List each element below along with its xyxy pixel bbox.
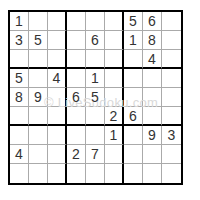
given-digit: 4 — [53, 71, 61, 85]
sudoku-cell-r2c6[interactable] — [105, 31, 124, 50]
sudoku-cell-r6c4[interactable] — [67, 107, 86, 126]
given-digit: 1 — [129, 33, 137, 47]
given-digit: 5 — [129, 14, 137, 28]
sudoku-cell-r6c8[interactable] — [143, 107, 162, 126]
sudoku-cell-r4c8[interactable] — [143, 69, 162, 88]
sudoku-cell-r5c4[interactable]: 6 — [67, 88, 86, 107]
sudoku-cell-r6c5[interactable] — [86, 107, 105, 126]
sudoku-board: 156356184541896526193427 — [8, 10, 183, 185]
given-digit: 6 — [148, 14, 156, 28]
sudoku-cell-r6c9[interactable] — [162, 107, 181, 126]
given-digit: 7 — [91, 147, 99, 161]
sudoku-cell-r3c4[interactable] — [67, 50, 86, 69]
given-digit: 4 — [148, 52, 156, 66]
sudoku-cell-r5c3[interactable] — [48, 88, 67, 107]
sudoku-cell-r4c4[interactable] — [67, 69, 86, 88]
sudoku-cell-r9c3[interactable] — [48, 164, 67, 183]
sudoku-cell-r4c6[interactable] — [105, 69, 124, 88]
sudoku-cell-r1c3[interactable] — [48, 12, 67, 31]
sudoku-cell-r1c4[interactable] — [67, 12, 86, 31]
sudoku-cell-r2c4[interactable] — [67, 31, 86, 50]
sudoku-cell-r2c9[interactable] — [162, 31, 181, 50]
sudoku-cell-r1c8[interactable]: 6 — [143, 12, 162, 31]
sudoku-cell-r6c2[interactable] — [29, 107, 48, 126]
given-digit: 9 — [148, 128, 156, 142]
sudoku-cell-r6c1[interactable] — [10, 107, 29, 126]
sudoku-cell-r1c7[interactable]: 5 — [124, 12, 143, 31]
sudoku-cell-r7c1[interactable] — [10, 126, 29, 145]
sudoku-cell-r6c7[interactable]: 6 — [124, 107, 143, 126]
sudoku-cell-r7c8[interactable]: 9 — [143, 126, 162, 145]
sudoku-cell-r4c1[interactable]: 5 — [10, 69, 29, 88]
sudoku-cell-r5c1[interactable]: 8 — [10, 88, 29, 107]
sudoku-cell-r5c9[interactable] — [162, 88, 181, 107]
sudoku-cell-r3c7[interactable] — [124, 50, 143, 69]
sudoku-cell-r9c5[interactable] — [86, 164, 105, 183]
sudoku-cell-r3c1[interactable] — [10, 50, 29, 69]
sudoku-cell-r7c9[interactable]: 3 — [162, 126, 181, 145]
sudoku-cell-r3c2[interactable] — [29, 50, 48, 69]
sudoku-cell-r9c4[interactable] — [67, 164, 86, 183]
given-digit: 3 — [15, 33, 23, 47]
given-digit: 1 — [91, 71, 99, 85]
sudoku-cell-r3c3[interactable] — [48, 50, 67, 69]
sudoku-cell-r2c8[interactable]: 8 — [143, 31, 162, 50]
given-digit: 2 — [110, 109, 118, 123]
sudoku-cell-r7c2[interactable] — [29, 126, 48, 145]
sudoku-cell-r2c2[interactable]: 5 — [29, 31, 48, 50]
sudoku-cell-r7c5[interactable] — [86, 126, 105, 145]
sudoku-cell-r2c3[interactable] — [48, 31, 67, 50]
sudoku-cell-r9c1[interactable] — [10, 164, 29, 183]
given-digit: 8 — [15, 90, 23, 104]
sudoku-cell-r8c1[interactable]: 4 — [10, 145, 29, 164]
given-digit: 3 — [168, 128, 176, 142]
sudoku-cell-r7c4[interactable] — [67, 126, 86, 145]
sudoku-cell-r8c9[interactable] — [162, 145, 181, 164]
sudoku-cell-r4c9[interactable] — [162, 69, 181, 88]
sudoku-cell-r9c9[interactable] — [162, 164, 181, 183]
sudoku-cell-r5c8[interactable] — [143, 88, 162, 107]
given-digit: 6 — [91, 33, 99, 47]
sudoku-cell-r9c7[interactable] — [124, 164, 143, 183]
sudoku-cell-r3c5[interactable] — [86, 50, 105, 69]
sudoku-cell-r4c3[interactable]: 4 — [48, 69, 67, 88]
sudoku-cell-r2c1[interactable]: 3 — [10, 31, 29, 50]
sudoku-cell-r5c2[interactable]: 9 — [29, 88, 48, 107]
sudoku-cell-r3c8[interactable]: 4 — [143, 50, 162, 69]
given-digit: 1 — [15, 14, 23, 28]
sudoku-cell-r3c9[interactable] — [162, 50, 181, 69]
sudoku-cell-r9c6[interactable] — [105, 164, 124, 183]
sudoku-cell-r7c7[interactable] — [124, 126, 143, 145]
sudoku-cell-r9c2[interactable] — [29, 164, 48, 183]
given-digit: 4 — [15, 147, 23, 161]
sudoku-cell-r8c2[interactable] — [29, 145, 48, 164]
sudoku-cell-r8c5[interactable]: 7 — [86, 145, 105, 164]
sudoku-cell-r1c2[interactable] — [29, 12, 48, 31]
sudoku-cell-r5c5[interactable]: 5 — [86, 88, 105, 107]
sudoku-cell-r6c6[interactable]: 2 — [105, 107, 124, 126]
sudoku-cell-r4c7[interactable] — [124, 69, 143, 88]
sudoku-cell-r1c9[interactable] — [162, 12, 181, 31]
sudoku-cell-r3c6[interactable] — [105, 50, 124, 69]
given-digit: 6 — [129, 109, 137, 123]
sudoku-cell-r1c6[interactable] — [105, 12, 124, 31]
sudoku-cell-r5c7[interactable] — [124, 88, 143, 107]
sudoku-cell-r8c8[interactable] — [143, 145, 162, 164]
sudoku-cell-r6c3[interactable] — [48, 107, 67, 126]
sudoku-cell-r7c3[interactable] — [48, 126, 67, 145]
sudoku-cell-r8c7[interactable] — [124, 145, 143, 164]
given-digit: 9 — [34, 90, 42, 104]
given-digit: 5 — [91, 90, 99, 104]
sudoku-cell-r9c8[interactable] — [143, 164, 162, 183]
given-digit: 5 — [34, 33, 42, 47]
given-digit: 1 — [110, 128, 118, 142]
sudoku-cell-r8c3[interactable] — [48, 145, 67, 164]
sudoku-cell-r8c6[interactable] — [105, 145, 124, 164]
sudoku-cell-r8c4[interactable]: 2 — [67, 145, 86, 164]
sudoku-cell-r2c5[interactable]: 6 — [86, 31, 105, 50]
sudoku-cell-r4c5[interactable]: 1 — [86, 69, 105, 88]
given-digit: 8 — [148, 33, 156, 47]
sudoku-page: 156356184541896526193427 © LiveSudoku.co… — [0, 0, 200, 200]
sudoku-cell-r4c2[interactable] — [29, 69, 48, 88]
sudoku-cell-r7c6[interactable]: 1 — [105, 126, 124, 145]
sudoku-cell-r1c1[interactable]: 1 — [10, 12, 29, 31]
given-digit: 5 — [15, 71, 23, 85]
given-digit: 2 — [72, 147, 80, 161]
sudoku-cell-r5c6[interactable] — [105, 88, 124, 107]
sudoku-cell-r1c5[interactable] — [86, 12, 105, 31]
given-digit: 6 — [72, 90, 80, 104]
sudoku-cell-r2c7[interactable]: 1 — [124, 31, 143, 50]
